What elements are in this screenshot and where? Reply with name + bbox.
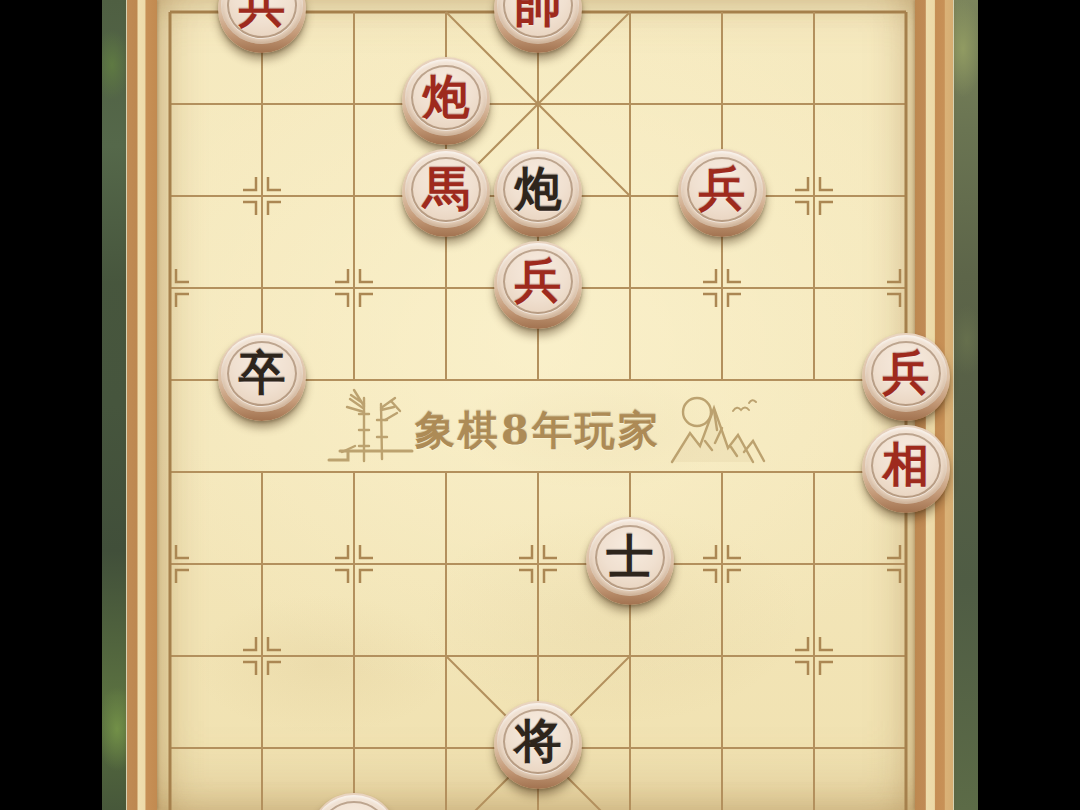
piece-glyph: 兵	[678, 145, 766, 231]
red-soldier-c-piece[interactable]: 兵	[494, 241, 582, 329]
letterbox-left	[0, 0, 102, 810]
piece-glyph: 将	[494, 697, 582, 783]
piece-glyph: 帥	[494, 0, 582, 47]
piece-glyph: 炮	[494, 145, 582, 231]
piece-glyph: 兵	[218, 0, 306, 47]
piece-glyph: 卒	[218, 329, 306, 415]
red-cannon-piece[interactable]: 炮	[402, 57, 490, 145]
xiangqi-game-screen: 象棋8年玩家 兵帥炮馬炮兵兵卒兵相士将	[0, 0, 1080, 810]
piece-glyph	[310, 789, 398, 810]
red-soldier-d-piece[interactable]: 兵	[862, 333, 950, 421]
letterbox-right	[978, 0, 1080, 810]
red-elephant-piece[interactable]: 相	[862, 425, 950, 513]
black-general-piece[interactable]: 将	[494, 701, 582, 789]
piece-glyph: 兵	[862, 329, 950, 415]
unknown-piece-offscreen-piece[interactable]	[310, 793, 398, 810]
piece-glyph: 相	[862, 421, 950, 507]
piece-glyph: 炮	[402, 53, 490, 139]
pieces-layer: 兵帥炮馬炮兵兵卒兵相士将	[0, 0, 1080, 810]
red-general-piece[interactable]: 帥	[494, 0, 582, 53]
black-soldier-piece[interactable]: 卒	[218, 333, 306, 421]
black-advisor-piece[interactable]: 士	[586, 517, 674, 605]
piece-glyph: 馬	[402, 145, 490, 231]
black-cannon-piece[interactable]: 炮	[494, 149, 582, 237]
red-soldier-b-piece[interactable]: 兵	[678, 149, 766, 237]
piece-glyph: 士	[586, 513, 674, 599]
red-soldier-a-piece[interactable]: 兵	[218, 0, 306, 53]
red-horse-piece[interactable]: 馬	[402, 149, 490, 237]
piece-glyph: 兵	[494, 237, 582, 323]
